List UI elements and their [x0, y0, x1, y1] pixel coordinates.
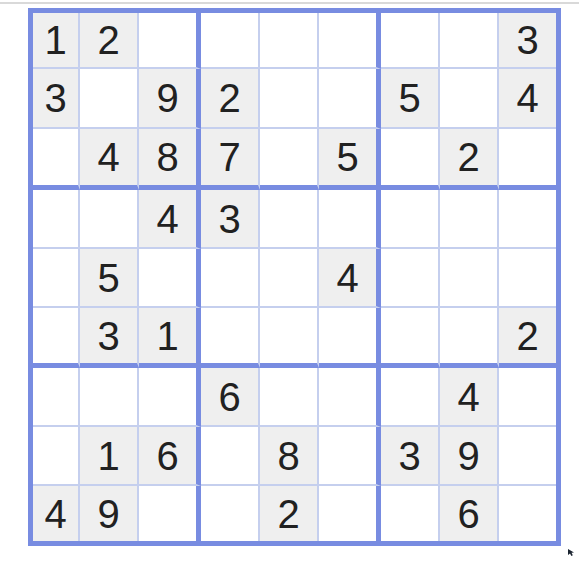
cell-r8c5[interactable]: 8: [260, 427, 319, 486]
cell-r1c2[interactable]: 2: [80, 13, 139, 69]
cell-r9c9[interactable]: [499, 486, 556, 541]
cell-r4c3[interactable]: 4: [139, 190, 201, 249]
cell-r7c6[interactable]: [319, 368, 381, 427]
cell-r3c1[interactable]: [33, 129, 80, 190]
cell-r4c8[interactable]: [440, 190, 499, 249]
cell-r9c5[interactable]: 2: [260, 486, 319, 541]
cell-r4c7[interactable]: [381, 190, 440, 249]
cell-r3c9[interactable]: [499, 129, 556, 190]
cell-r8c8[interactable]: 9: [440, 427, 499, 486]
cell-r3c6[interactable]: 5: [319, 129, 381, 190]
cell-r1c8[interactable]: [440, 13, 499, 69]
cell-r9c7[interactable]: [381, 486, 440, 541]
cell-r4c6[interactable]: [319, 190, 381, 249]
cell-r8c6[interactable]: [319, 427, 381, 486]
cell-r8c1[interactable]: [33, 427, 80, 486]
cell-r2c9[interactable]: 4: [499, 69, 556, 129]
cell-r5c6[interactable]: 4: [319, 249, 381, 308]
cell-r2c8[interactable]: [440, 69, 499, 129]
cell-r1c7[interactable]: [381, 13, 440, 69]
cell-r5c4[interactable]: [201, 249, 260, 308]
cell-r6c6[interactable]: [319, 308, 381, 368]
cell-r9c2[interactable]: 9: [80, 486, 139, 541]
cell-r3c2[interactable]: 4: [80, 129, 139, 190]
cell-r9c8[interactable]: 6: [440, 486, 499, 541]
cell-r8c9[interactable]: [499, 427, 556, 486]
cell-r9c4[interactable]: [201, 486, 260, 541]
cell-r6c8[interactable]: [440, 308, 499, 368]
cell-r8c4[interactable]: [201, 427, 260, 486]
cell-r5c2[interactable]: 5: [80, 249, 139, 308]
cell-r7c9[interactable]: [499, 368, 556, 427]
cell-r8c2[interactable]: 1: [80, 427, 139, 486]
cell-r4c4[interactable]: 3: [201, 190, 260, 249]
cell-r7c5[interactable]: [260, 368, 319, 427]
cell-r6c3[interactable]: 1: [139, 308, 201, 368]
cell-r6c1[interactable]: [33, 308, 80, 368]
cell-r1c5[interactable]: [260, 13, 319, 69]
cell-r2c1[interactable]: 3: [33, 69, 80, 129]
cell-r5c1[interactable]: [33, 249, 80, 308]
cell-r1c6[interactable]: [319, 13, 381, 69]
cell-r2c3[interactable]: 9: [139, 69, 201, 129]
window-top-divider: [0, 2, 579, 4]
cell-r7c8[interactable]: 4: [440, 368, 499, 427]
cell-r4c1[interactable]: [33, 190, 80, 249]
cell-r6c2[interactable]: 3: [80, 308, 139, 368]
mouse-cursor-artifact: [567, 548, 575, 557]
cell-r5c9[interactable]: [499, 249, 556, 308]
cell-r4c2[interactable]: [80, 190, 139, 249]
cell-r1c9[interactable]: 3: [499, 13, 556, 69]
cell-r7c7[interactable]: [381, 368, 440, 427]
cell-r9c1[interactable]: 4: [33, 486, 80, 541]
cell-r1c3[interactable]: [139, 13, 201, 69]
cell-r3c7[interactable]: [381, 129, 440, 190]
cell-r5c7[interactable]: [381, 249, 440, 308]
cell-r7c1[interactable]: [33, 368, 80, 427]
cell-r6c5[interactable]: [260, 308, 319, 368]
cell-r2c2[interactable]: [80, 69, 139, 129]
cell-r8c3[interactable]: 6: [139, 427, 201, 486]
cell-r1c1[interactable]: 1: [33, 13, 80, 69]
cell-r2c4[interactable]: 2: [201, 69, 260, 129]
cell-r3c8[interactable]: 2: [440, 129, 499, 190]
cell-r1c4[interactable]: [201, 13, 260, 69]
cell-r7c2[interactable]: [80, 368, 139, 427]
cell-r4c9[interactable]: [499, 190, 556, 249]
sudoku-board: 1233925448752435431264168394926: [28, 8, 561, 546]
cell-r5c5[interactable]: [260, 249, 319, 308]
cell-r9c6[interactable]: [319, 486, 381, 541]
cell-r2c7[interactable]: 5: [381, 69, 440, 129]
cell-r5c8[interactable]: [440, 249, 499, 308]
cell-r8c7[interactable]: 3: [381, 427, 440, 486]
cell-r6c7[interactable]: [381, 308, 440, 368]
cell-r7c4[interactable]: 6: [201, 368, 260, 427]
cell-r2c6[interactable]: [319, 69, 381, 129]
cell-r2c5[interactable]: [260, 69, 319, 129]
cell-r9c3[interactable]: [139, 486, 201, 541]
cell-r6c9[interactable]: 2: [499, 308, 556, 368]
cell-r3c3[interactable]: 8: [139, 129, 201, 190]
cell-r6c4[interactable]: [201, 308, 260, 368]
cell-r3c5[interactable]: [260, 129, 319, 190]
cell-r7c3[interactable]: [139, 368, 201, 427]
cell-r4c5[interactable]: [260, 190, 319, 249]
sudoku-page: 1233925448752435431264168394926: [0, 0, 579, 563]
cell-r3c4[interactable]: 7: [201, 129, 260, 190]
cell-r5c3[interactable]: [139, 249, 201, 308]
